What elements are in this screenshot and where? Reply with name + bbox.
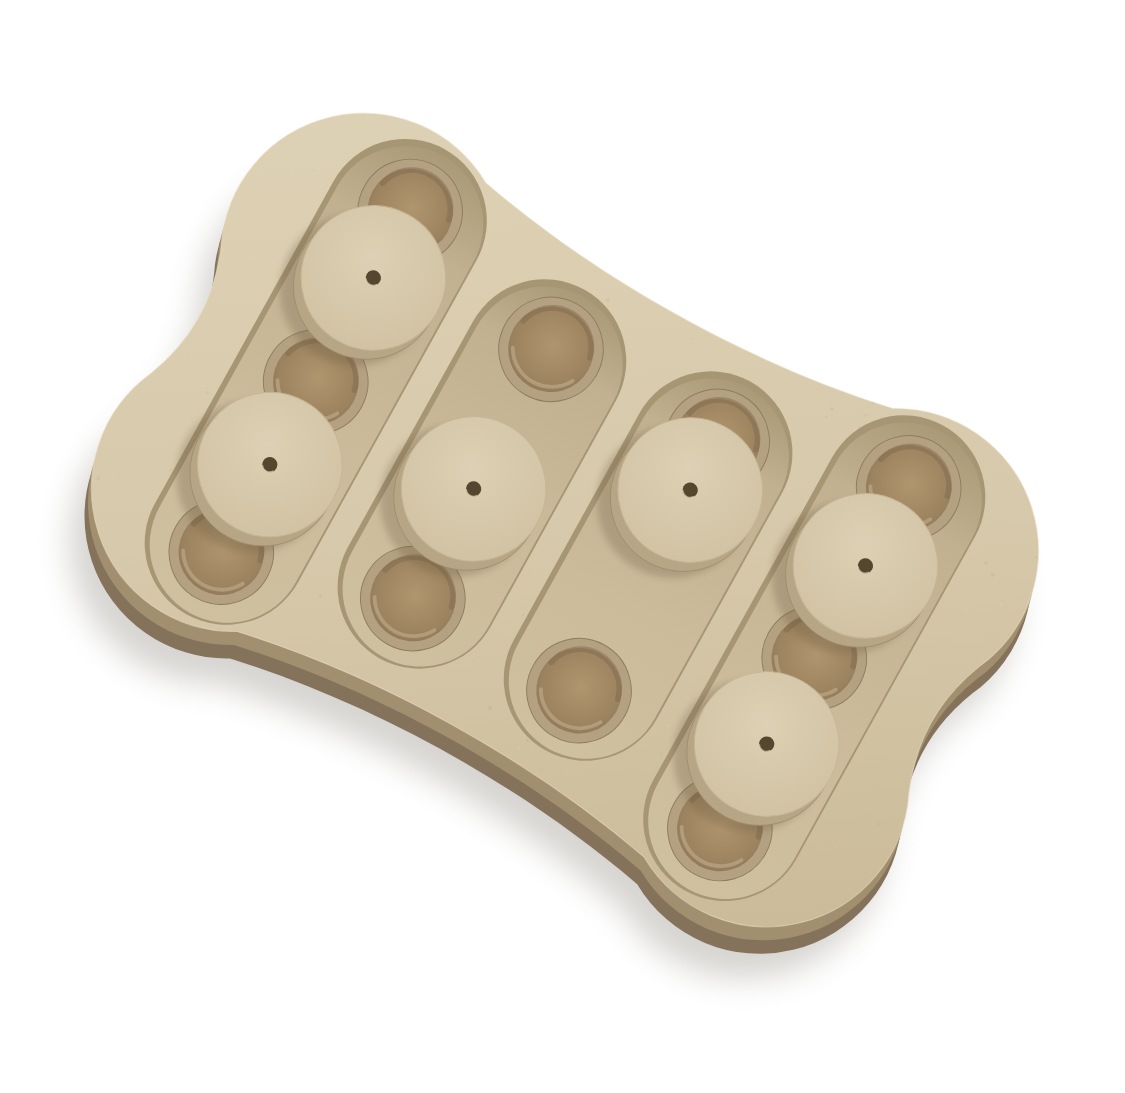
speckle [531, 197, 536, 202]
speckle [888, 394, 892, 398]
speckle [805, 355, 808, 358]
product-photo [0, 0, 1125, 1093]
speckle [315, 115, 319, 119]
speckle [785, 331, 788, 334]
speckle [542, 202, 545, 205]
speckle [598, 229, 600, 231]
speckle [546, 225, 551, 230]
speckle [746, 341, 751, 346]
speckle [612, 241, 615, 244]
bone-puzzle-board [18, 62, 1089, 1030]
speckle [752, 320, 755, 323]
bone-puzzle-scene [0, 0, 1125, 1093]
speckle [319, 103, 321, 105]
